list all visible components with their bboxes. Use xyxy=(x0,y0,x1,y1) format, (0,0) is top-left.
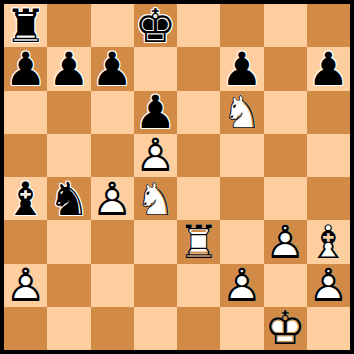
square-e5[interactable] xyxy=(177,134,220,177)
square-g6[interactable] xyxy=(264,91,307,134)
black-pawn-icon: ♟ xyxy=(134,91,177,134)
square-b1[interactable] xyxy=(47,307,90,350)
square-h6[interactable] xyxy=(307,91,350,134)
white-pawn-icon: ♟♙ xyxy=(91,177,134,220)
square-g5[interactable] xyxy=(264,134,307,177)
square-f3[interactable] xyxy=(220,220,263,263)
white-knight-icon: ♞♘ xyxy=(220,91,263,134)
square-d6[interactable]: ♟ xyxy=(134,91,177,134)
square-e6[interactable] xyxy=(177,91,220,134)
square-h2[interactable]: ♟♙ xyxy=(307,264,350,307)
square-e3[interactable]: ♜♖ xyxy=(177,220,220,263)
square-g3[interactable]: ♟♙ xyxy=(264,220,307,263)
square-d4[interactable]: ♞♘ xyxy=(134,177,177,220)
black-rook-icon: ♜ xyxy=(4,4,47,47)
white-pawn-icon: ♟♙ xyxy=(220,264,263,307)
square-f5[interactable] xyxy=(220,134,263,177)
square-f2[interactable]: ♟♙ xyxy=(220,264,263,307)
square-e2[interactable] xyxy=(177,264,220,307)
square-g2[interactable] xyxy=(264,264,307,307)
square-f1[interactable] xyxy=(220,307,263,350)
square-g7[interactable] xyxy=(264,47,307,90)
white-pawn-icon: ♟♙ xyxy=(307,264,350,307)
square-a1[interactable] xyxy=(4,307,47,350)
square-b8[interactable] xyxy=(47,4,90,47)
square-c7[interactable]: ♟ xyxy=(91,47,134,90)
black-pawn-icon: ♟ xyxy=(91,47,134,90)
square-a3[interactable] xyxy=(4,220,47,263)
square-a5[interactable] xyxy=(4,134,47,177)
square-c3[interactable] xyxy=(91,220,134,263)
square-a7[interactable]: ♟ xyxy=(4,47,47,90)
square-c8[interactable] xyxy=(91,4,134,47)
square-b5[interactable] xyxy=(47,134,90,177)
square-b2[interactable] xyxy=(47,264,90,307)
square-h1[interactable] xyxy=(307,307,350,350)
black-pawn-icon: ♟ xyxy=(4,47,47,90)
square-c5[interactable] xyxy=(91,134,134,177)
square-d3[interactable] xyxy=(134,220,177,263)
square-b6[interactable] xyxy=(47,91,90,134)
white-pawn-icon: ♟♙ xyxy=(4,264,47,307)
square-e8[interactable] xyxy=(177,4,220,47)
black-bishop-icon: ♝ xyxy=(4,177,47,220)
square-c2[interactable] xyxy=(91,264,134,307)
square-c4[interactable]: ♟♙ xyxy=(91,177,134,220)
white-rook-icon: ♜♖ xyxy=(177,220,220,263)
square-a8[interactable]: ♜ xyxy=(4,4,47,47)
black-king-icon: ♚ xyxy=(134,4,177,47)
square-a6[interactable] xyxy=(4,91,47,134)
square-b4[interactable]: ♞ xyxy=(47,177,90,220)
square-g1[interactable]: ♚♔ xyxy=(264,307,307,350)
white-bishop-icon: ♝♗ xyxy=(307,220,350,263)
board-grid: ♜♚♟♟♟♟♟♟♞♘♟♙♝♞♟♙♞♘♜♖♟♙♝♗♟♙♟♙♟♙♚♔ xyxy=(4,4,350,350)
square-d5[interactable]: ♟♙ xyxy=(134,134,177,177)
square-f8[interactable] xyxy=(220,4,263,47)
square-h7[interactable]: ♟ xyxy=(307,47,350,90)
black-knight-icon: ♞ xyxy=(47,177,90,220)
black-pawn-icon: ♟ xyxy=(220,47,263,90)
square-e1[interactable] xyxy=(177,307,220,350)
white-knight-icon: ♞♘ xyxy=(134,177,177,220)
chess-board: ♜♚♟♟♟♟♟♟♞♘♟♙♝♞♟♙♞♘♜♖♟♙♝♗♟♙♟♙♟♙♚♔ xyxy=(0,0,354,354)
square-d2[interactable] xyxy=(134,264,177,307)
square-f7[interactable]: ♟ xyxy=(220,47,263,90)
square-h4[interactable] xyxy=(307,177,350,220)
square-a2[interactable]: ♟♙ xyxy=(4,264,47,307)
square-d8[interactable]: ♚ xyxy=(134,4,177,47)
square-d7[interactable] xyxy=(134,47,177,90)
square-h8[interactable] xyxy=(307,4,350,47)
square-c6[interactable] xyxy=(91,91,134,134)
square-b7[interactable]: ♟ xyxy=(47,47,90,90)
black-pawn-icon: ♟ xyxy=(47,47,90,90)
square-f6[interactable]: ♞♘ xyxy=(220,91,263,134)
square-a4[interactable]: ♝ xyxy=(4,177,47,220)
black-pawn-icon: ♟ xyxy=(307,47,350,90)
square-g8[interactable] xyxy=(264,4,307,47)
square-e4[interactable] xyxy=(177,177,220,220)
square-d1[interactable] xyxy=(134,307,177,350)
square-g4[interactable] xyxy=(264,177,307,220)
square-c1[interactable] xyxy=(91,307,134,350)
white-pawn-icon: ♟♙ xyxy=(264,220,307,263)
square-h5[interactable] xyxy=(307,134,350,177)
white-king-icon: ♚♔ xyxy=(264,307,307,350)
white-pawn-icon: ♟♙ xyxy=(134,134,177,177)
square-b3[interactable] xyxy=(47,220,90,263)
square-h3[interactable]: ♝♗ xyxy=(307,220,350,263)
square-f4[interactable] xyxy=(220,177,263,220)
square-e7[interactable] xyxy=(177,47,220,90)
